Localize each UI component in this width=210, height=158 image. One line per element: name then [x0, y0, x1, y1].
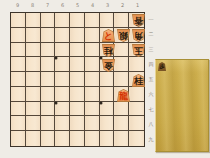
file-label-9: 9 [10, 2, 25, 9]
square-4-5[interactable] [85, 72, 100, 87]
file-label-2: 2 [115, 2, 130, 9]
square-5-8[interactable] [70, 116, 85, 131]
piece-kanji: 玉 [134, 44, 143, 57]
square-6-9[interactable] [55, 131, 70, 146]
square-1-9[interactable] [129, 131, 144, 146]
square-3-5[interactable] [100, 72, 115, 87]
hand-piece-kanji: 歩 [160, 62, 165, 71]
rank-label-6: 六 [147, 87, 155, 102]
piece-kanji: 桂 [134, 75, 143, 88]
square-6-7[interactable] [55, 102, 70, 117]
square-5-9[interactable] [70, 131, 85, 146]
square-8-6[interactable] [26, 87, 41, 102]
square-2-8[interactable] [114, 116, 129, 131]
square-2-9[interactable] [114, 131, 129, 146]
rank-label-7: 七 [147, 102, 155, 117]
square-7-3[interactable] [41, 43, 56, 58]
square-8-3[interactable] [26, 43, 41, 58]
rank-label-2: 二 [147, 27, 155, 42]
square-1-8[interactable] [129, 116, 144, 131]
rank-label-3: 三 [147, 42, 155, 57]
piece-kanji: と [104, 30, 113, 43]
hoshi-dot [55, 102, 58, 105]
square-4-7[interactable] [85, 102, 100, 117]
square-5-5[interactable] [70, 72, 85, 87]
square-3-6[interactable] [100, 87, 115, 102]
piece-kanji: 香 [134, 14, 143, 27]
square-8-9[interactable] [26, 131, 41, 146]
piece-kanji: 龍 [119, 90, 128, 103]
square-1-7[interactable] [129, 102, 144, 117]
komadai-piece-stand: 歩 [155, 59, 209, 152]
square-2-7[interactable] [114, 102, 129, 117]
tsume-shogi-diagram: 987654321 一二三四五六七八九 香と銀角桂玉金桂龍 歩 [0, 0, 210, 158]
file-label-5: 5 [70, 2, 85, 9]
square-2-1[interactable] [114, 13, 129, 28]
square-9-6[interactable] [11, 87, 26, 102]
square-2-5[interactable] [114, 72, 129, 87]
file-label-7: 7 [40, 2, 55, 9]
square-8-2[interactable] [26, 28, 41, 43]
square-9-7[interactable] [11, 102, 26, 117]
file-label-4: 4 [85, 2, 100, 9]
square-3-1[interactable] [100, 13, 115, 28]
square-7-7[interactable] [41, 102, 56, 117]
shogi-board[interactable]: 香と銀角桂玉金桂龍 [10, 12, 145, 147]
file-label-1: 1 [130, 2, 145, 9]
square-1-6[interactable] [129, 87, 144, 102]
square-3-8[interactable] [100, 116, 115, 131]
square-4-1[interactable] [85, 13, 100, 28]
square-4-9[interactable] [85, 131, 100, 146]
square-6-4[interactable] [55, 57, 70, 72]
square-9-3[interactable] [11, 43, 26, 58]
square-4-4[interactable] [85, 57, 100, 72]
square-4-2[interactable] [85, 28, 100, 43]
square-9-9[interactable] [11, 131, 26, 146]
hoshi-dot [100, 102, 103, 105]
square-6-1[interactable] [55, 13, 70, 28]
square-8-8[interactable] [26, 116, 41, 131]
square-9-5[interactable] [11, 72, 26, 87]
square-5-6[interactable] [70, 87, 85, 102]
rank-label-9: 九 [147, 132, 155, 147]
square-7-6[interactable] [41, 87, 56, 102]
square-6-3[interactable] [55, 43, 70, 58]
square-5-1[interactable] [70, 13, 85, 28]
square-8-5[interactable] [26, 72, 41, 87]
square-7-4[interactable] [41, 57, 56, 72]
piece-kanji: 角 [134, 29, 143, 42]
square-8-1[interactable] [26, 13, 41, 28]
hand-piece-歩[interactable]: 歩 [158, 62, 166, 71]
square-2-4[interactable] [114, 57, 129, 72]
square-6-5[interactable] [55, 72, 70, 87]
rank-label-8: 八 [147, 117, 155, 132]
square-7-8[interactable] [41, 116, 56, 131]
square-4-3[interactable] [85, 43, 100, 58]
square-4-6[interactable] [85, 87, 100, 102]
square-7-1[interactable] [41, 13, 56, 28]
rank-label-5: 五 [147, 72, 155, 87]
square-9-8[interactable] [11, 116, 26, 131]
file-label-3: 3 [100, 2, 115, 9]
square-9-1[interactable] [11, 13, 26, 28]
piece-kanji: 銀 [119, 29, 128, 42]
square-3-9[interactable] [100, 131, 115, 146]
file-label-6: 6 [55, 2, 70, 9]
square-7-9[interactable] [41, 131, 56, 146]
square-9-2[interactable] [11, 28, 26, 43]
square-5-4[interactable] [70, 57, 85, 72]
rank-label-1: 一 [147, 12, 155, 27]
square-6-8[interactable] [55, 116, 70, 131]
square-1-4[interactable] [129, 57, 144, 72]
file-label-8: 8 [25, 2, 40, 9]
square-6-6[interactable] [55, 87, 70, 102]
square-9-4[interactable] [11, 57, 26, 72]
square-5-2[interactable] [70, 28, 85, 43]
square-7-5[interactable] [41, 72, 56, 87]
piece-kanji: 金 [104, 59, 113, 72]
rank-label-4: 四 [147, 57, 155, 72]
square-8-7[interactable] [26, 102, 41, 117]
square-8-4[interactable] [26, 57, 41, 72]
square-4-8[interactable] [85, 116, 100, 131]
square-5-3[interactable] [70, 43, 85, 58]
piece-kanji: 桂 [104, 44, 113, 57]
square-7-2[interactable] [41, 28, 56, 43]
hoshi-dot [55, 57, 58, 60]
square-6-2[interactable] [55, 28, 70, 43]
square-5-7[interactable] [70, 102, 85, 117]
square-2-3[interactable] [114, 43, 129, 58]
